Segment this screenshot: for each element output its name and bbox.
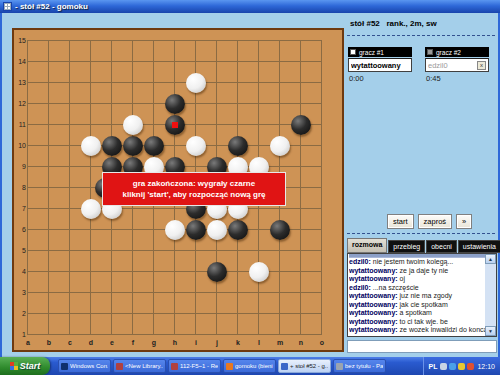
window-title: - stół #52 - gomoku [15,2,88,11]
grid-cell [112,83,133,104]
row-label-13: 13 [15,79,26,87]
grid-cell [49,230,70,251]
grid-cell [238,62,259,83]
player-timer: 0:45 [426,74,441,83]
grid-cell [133,251,154,272]
grid-cell [280,41,301,62]
player-slot-label: gracz #2 [436,49,461,56]
grid-cell [175,293,196,314]
start-button[interactable]: Start [0,357,50,375]
separator [347,35,495,36]
col-label-j: j [212,339,222,347]
grid-cell [49,41,70,62]
row-label-7: 7 [15,205,26,213]
grid-cell [259,314,280,335]
tab-rozmowa[interactable]: rozmowa [347,238,387,253]
stone-white-i10 [186,136,206,156]
grid-cell [175,251,196,272]
stone-white-j6 [207,220,227,240]
col-label-c: c [65,339,75,347]
grid-cell [238,104,259,125]
chat-message: wytattoowany: jak cie spotkam [349,301,485,310]
grid-cell [217,104,238,125]
grid-cell [217,293,238,314]
taskbar-button-label: Windows Con... [70,363,108,369]
grid-cell [301,41,322,62]
start-label: Start [20,361,41,371]
chat-author: wytattoowany: [349,326,400,333]
player-slot-bar: gracz #2 [425,47,489,57]
grid-cell [112,62,133,83]
chat-message: wytattoowany: to ci tak wje. be [349,318,485,327]
grid-cell [280,314,301,335]
grid-cell [112,314,133,335]
more-button[interactable]: » [456,214,472,229]
grid-cell [91,62,112,83]
chat-author: edzil0: [349,258,373,265]
grid-cell [49,104,70,125]
col-label-m: m [275,339,285,347]
grid-cell [301,251,322,272]
row-label-1: 1 [15,331,26,339]
grid-cell [91,251,112,272]
taskbar-button-label: bez tytułu - Paint [345,363,383,369]
grid-cell [154,272,175,293]
grid-cell [70,104,91,125]
col-label-o: o [317,339,327,347]
grid-cell [196,293,217,314]
col-label-k: k [233,339,243,347]
stone-black-k6 [228,220,248,240]
player-box-1: gracz #1wytattoowany [348,47,412,72]
grid-cell [112,272,133,293]
grid-cell [133,314,154,335]
grid-cell [133,272,154,293]
grid-cell [28,62,49,83]
scroll-down-icon[interactable]: ▼ [485,326,496,336]
col-label-g: g [149,339,159,347]
chat-message: wytattoowany: juz nie ma zgody [349,292,485,301]
row-label-12: 12 [15,100,26,108]
stone-white-d10 [81,136,101,156]
row-label-6: 6 [15,226,26,234]
chat-message: wytattoowany: ze ja daje ty nie [349,267,485,276]
grid-cell [238,293,259,314]
col-label-b: b [44,339,54,347]
stone-black-m6 [270,220,290,240]
gomoku-app-window: - stół #52 - gomoku gra zakończona: wygr… [0,0,500,375]
col-label-f: f [128,339,138,347]
zaproś-button[interactable]: zaproś [418,214,453,229]
grid-cell [238,314,259,335]
grid-cell [28,104,49,125]
taskbar-button[interactable]: 112-F5~1 - Re... [168,359,221,373]
row-label-15: 15 [15,37,26,45]
grid-cell [154,251,175,272]
row-label-10: 10 [15,142,26,150]
grid-cell [28,41,49,62]
grid-cell [28,125,49,146]
taskbar-button[interactable]: + stoł #52 - g... [278,359,331,373]
grid-cell [70,167,91,188]
stone-white-l4 [249,262,269,282]
stone-black-i6 [186,220,206,240]
grid-cell [259,293,280,314]
grid-cell [280,62,301,83]
col-label-e: e [107,339,117,347]
chat-messages: edzil0: nie jestem twoim kolegą...wytatt… [349,254,485,337]
game-over-message: gra zakończona: wygrały czarne kliknij '… [102,172,286,206]
grid-cell [154,293,175,314]
grid-cell [49,314,70,335]
start-button[interactable]: start [387,214,414,229]
app-icon [116,363,123,370]
row-label-3: 3 [15,289,26,297]
app-icon [171,363,178,370]
tray-icons [440,363,474,370]
grid-cell [175,272,196,293]
row-label-14: 14 [15,58,26,66]
gomoku-board[interactable]: gra zakończona: wygrały czarne kliknij '… [12,28,344,352]
grid-cell [28,314,49,335]
grid-cell [70,41,91,62]
grid-cell [280,293,301,314]
grid-cell [301,209,322,230]
taskbar: Start Windows Con...<New Library...112-F… [0,357,500,375]
grid-cell [112,41,133,62]
messenger-icon[interactable] [440,363,447,370]
grid-cell [133,230,154,251]
grid-cell [91,272,112,293]
grid-cell [301,293,322,314]
taskbar-button[interactable]: <New Library... [113,359,166,373]
grid-cell [301,188,322,209]
volume-icon[interactable] [449,363,456,370]
row-label-2: 2 [15,310,26,318]
windows-logo-icon [10,362,18,370]
grid-cell [133,83,154,104]
stone-black-j4 [207,262,227,282]
chat-message: edzil0: nie jestem twoim kolegą... [349,258,485,267]
separator [347,233,495,234]
col-label-l: l [254,339,264,347]
player-timer: 0:00 [349,74,364,83]
paint-icon [336,363,343,370]
stone-white-i13 [186,73,206,93]
grid-cell [70,83,91,104]
taskbar-clock: 12:10 [477,363,495,370]
grid-cell [28,83,49,104]
row-label-9: 9 [15,163,26,171]
player-box-2: gracz #2edzil0x [425,47,489,72]
grid-cell [217,62,238,83]
window-icon [281,363,288,370]
grid-cell [28,272,49,293]
update-icon[interactable] [467,363,474,370]
col-label-i: i [191,339,201,347]
col-label-a: a [23,339,33,347]
grid-cell [217,314,238,335]
grid-cell [28,293,49,314]
grid-cell [28,188,49,209]
grid-cell [28,167,49,188]
grid-cell [49,146,70,167]
grid-cell [154,314,175,335]
taskbar-button[interactable]: bez tytułu - Paint [333,359,386,373]
grid-cell [70,62,91,83]
col-label-h: h [170,339,180,347]
grid-cell [91,230,112,251]
row-label-4: 4 [15,268,26,276]
grid-cell [133,41,154,62]
taskbar-button[interactable]: Windows Con... [58,359,111,373]
side-panel: stół #52 rank., 2m, sw gracz #1wytattoow… [347,13,498,357]
chat-author: wytattoowany: [349,301,400,308]
grid-cell [70,251,91,272]
grid-cell [112,230,133,251]
taskbar-button-label: + stoł #52 - g... [290,363,328,369]
grid-cell [133,62,154,83]
remove-player-button[interactable]: x [477,61,486,70]
grid-cell [259,83,280,104]
grid-cell [301,272,322,293]
chat-author: wytattoowany: [349,275,400,282]
table-info: stół #52 rank., 2m, sw [350,19,437,28]
grid-cell [49,62,70,83]
grid-cell [28,146,49,167]
grid-cell [175,41,196,62]
player-name: edzil0 [428,61,477,70]
col-label-d: d [86,339,96,347]
row-label-8: 8 [15,184,26,192]
language-indicator[interactable]: PL [429,363,438,370]
taskbar-button-label: 112-F5~1 - Re... [180,363,218,369]
col-label-n: n [296,339,306,347]
last-move-marker [172,122,178,128]
grid-cell [133,293,154,314]
grid-cell [301,230,322,251]
grid-cell [301,167,322,188]
grid-cell [175,314,196,335]
grid-cell [280,251,301,272]
chat-author: wytattoowany: [349,309,400,316]
window-body: gra zakończona: wygrały czarne kliknij '… [0,13,500,357]
grid-cell [70,293,91,314]
taskbar-button-label: gomoku (bieni... [235,363,273,369]
grid-cell [49,125,70,146]
tab-ustawienia[interactable]: ustawienia [458,240,500,253]
taskbar-button[interactable]: gomoku (bieni... [223,359,276,373]
firefox-icon [226,363,233,370]
player-slot-bar: gracz #1 [348,47,412,57]
grid-cell [70,272,91,293]
player-stone-icon [350,49,356,55]
grid-cell [70,230,91,251]
stone-black-f10 [123,136,143,156]
grid-cell [70,314,91,335]
chat-author: wytattoowany: [349,267,400,274]
row-label-5: 5 [15,247,26,255]
stone-black-h12 [165,94,185,114]
player-name: wytattoowany [351,61,409,70]
title-bar[interactable]: - stół #52 - gomoku [0,0,500,13]
grid-cell [154,41,175,62]
chat-input[interactable] [347,340,497,353]
grid-cell [91,293,112,314]
chat-scrollbar[interactable]: ▲ ▼ [485,254,496,336]
network-icon[interactable] [458,363,465,370]
chat-message: wytattoowany: oj [349,275,485,284]
stone-black-e10 [102,136,122,156]
taskbar-button-label: <New Library... [125,363,163,369]
grid-cell [112,293,133,314]
panel-tabs: rozmowaprzebiegobecniustawienia [347,238,500,253]
action-buttons: startzaproś» [387,214,472,229]
stone-white-f11 [123,115,143,135]
chat-author: edzil0: [349,284,373,291]
grid-cell [301,62,322,83]
grid-cell [133,209,154,230]
grid-cell [238,83,259,104]
app-icon [3,2,12,11]
scroll-up-icon[interactable]: ▲ [485,254,496,264]
grid-cell [154,62,175,83]
stone-black-h11 [165,115,185,135]
chat-message: wytattoowany: a spotkam [349,309,485,318]
grid-cell [49,272,70,293]
stone-white-d7 [81,199,101,219]
window-icon [61,363,68,370]
grid-cell [280,272,301,293]
game-mode: rank., 2m, sw [386,19,436,28]
grid-cell [49,167,70,188]
grid-cell [49,251,70,272]
grid-cell [49,83,70,104]
grid-cell [49,293,70,314]
chat-message: edzil0: ...na szczęście [349,284,485,293]
stone-black-k10 [228,136,248,156]
chat-message: wytattoowany: ze wozek inwalidzi do konc… [349,326,485,335]
stone-white-h6 [165,220,185,240]
grid-cell [301,314,322,335]
game-over-line1: gra zakończona: wygrały czarne [133,178,255,189]
grid-cell [91,83,112,104]
player-name-field[interactable]: wytattoowany [348,58,412,72]
grid-cell [28,209,49,230]
grid-cell [259,104,280,125]
grid-cell [238,41,259,62]
grid-cell [196,41,217,62]
grid-cell [49,188,70,209]
grid-cell [91,314,112,335]
grid-cell [217,83,238,104]
grid-cell [280,83,301,104]
stone-black-g10 [144,136,164,156]
grid-cell [91,104,112,125]
grid-cell [196,314,217,335]
game-over-line2: kliknij 'start', aby rozpocząć nową grę [123,189,266,200]
grid-cell [91,41,112,62]
table-number: stół #52 [350,19,380,28]
player-slot-label: gracz #1 [359,49,384,56]
task-buttons: Windows Con...<New Library...112-F5~1 - … [58,359,386,373]
grid-cell [28,230,49,251]
tab-przebieg[interactable]: przebieg [388,240,425,253]
grid-cell [301,146,322,167]
grid-cell [259,41,280,62]
chat-box[interactable]: edzil0: nie jestem twoim kolegą...wytatt… [347,253,497,337]
system-tray: PL 12:10 [423,357,500,375]
grid-cell [196,104,217,125]
stone-white-m10 [270,136,290,156]
chat-author: wytattoowany: [349,292,400,299]
grid-cell [259,62,280,83]
row-label-11: 11 [15,121,26,129]
chat-author: wytattoowany: [349,318,400,325]
player-name-field[interactable]: edzil0x [425,58,489,72]
grid-cell [112,251,133,272]
player-stone-icon [427,49,433,55]
stone-black-n11 [291,115,311,135]
grid-cell [49,209,70,230]
grid-cell [217,41,238,62]
grid-cell [301,83,322,104]
grid-cell [28,251,49,272]
chat-status-timeout: * wytattoowany przekroczył(a) czas na gr… [349,335,485,338]
tab-obecni[interactable]: obecni [426,240,457,253]
